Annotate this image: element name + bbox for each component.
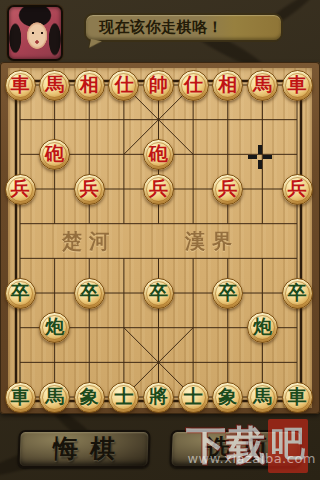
piece-glyph: 兵 bbox=[11, 179, 30, 198]
piece-red-elephant[interactable]: 相 bbox=[74, 70, 105, 101]
piece-black-elephant[interactable]: 象 bbox=[212, 382, 243, 413]
game-screen: 现在该你走棋咯！ 楚河 漢界 車馬相仕帥仕相馬車砲砲兵兵兵兵兵卒卒卒卒卒炮炮車馬… bbox=[0, 0, 320, 480]
piece-glyph: 炮 bbox=[45, 317, 64, 336]
piece-glyph: 砲 bbox=[45, 144, 64, 163]
piece-black-general[interactable]: 將 bbox=[143, 382, 174, 413]
piece-glyph: 仕 bbox=[114, 75, 133, 94]
piece-red-soldier[interactable]: 兵 bbox=[143, 174, 174, 205]
piece-black-advisor[interactable]: 士 bbox=[108, 382, 139, 413]
piece-glyph: 兵 bbox=[80, 179, 99, 198]
piece-black-cannon[interactable]: 炮 bbox=[247, 312, 278, 343]
piece-glyph: 卒 bbox=[218, 283, 237, 302]
piece-black-horse[interactable]: 馬 bbox=[39, 382, 70, 413]
options-button[interactable]: 选项 bbox=[169, 430, 302, 468]
piece-black-advisor[interactable]: 士 bbox=[178, 382, 209, 413]
piece-red-soldier[interactable]: 兵 bbox=[5, 174, 36, 205]
piece-red-soldier[interactable]: 兵 bbox=[212, 174, 243, 205]
piece-glyph: 砲 bbox=[149, 144, 168, 163]
piece-glyph: 卒 bbox=[80, 283, 99, 302]
piece-glyph: 馬 bbox=[253, 387, 272, 406]
piece-glyph: 相 bbox=[218, 75, 237, 94]
piece-glyph: 仕 bbox=[184, 75, 203, 94]
piece-glyph: 兵 bbox=[218, 179, 237, 198]
piece-glyph: 車 bbox=[288, 75, 307, 94]
piece-glyph: 卒 bbox=[11, 283, 30, 302]
piece-glyph: 將 bbox=[149, 387, 168, 406]
piece-glyph: 車 bbox=[288, 387, 307, 406]
piece-red-soldier[interactable]: 兵 bbox=[282, 174, 313, 205]
piece-black-soldier[interactable]: 卒 bbox=[282, 278, 313, 309]
speech-bubble-text: 现在该你走棋咯！ bbox=[86, 15, 281, 40]
xiangqi-board-frame: 楚河 漢界 車馬相仕帥仕相馬車砲砲兵兵兵兵兵卒卒卒卒卒炮炮車馬象士將士象馬車 bbox=[0, 62, 320, 414]
piece-black-chariot[interactable]: 車 bbox=[5, 382, 36, 413]
piece-glyph: 炮 bbox=[253, 317, 272, 336]
piece-glyph: 相 bbox=[80, 75, 99, 94]
piece-red-chariot[interactable]: 車 bbox=[282, 70, 313, 101]
board-grid bbox=[8, 68, 312, 408]
piece-red-chariot[interactable]: 車 bbox=[5, 70, 36, 101]
undo-button[interactable]: 悔棋 bbox=[17, 430, 150, 468]
piece-red-cannon[interactable]: 砲 bbox=[39, 139, 70, 170]
opponent-avatar bbox=[7, 5, 63, 61]
piece-red-horse[interactable]: 馬 bbox=[247, 70, 278, 101]
piece-red-advisor[interactable]: 仕 bbox=[178, 70, 209, 101]
piece-red-elephant[interactable]: 相 bbox=[212, 70, 243, 101]
piece-glyph: 車 bbox=[11, 387, 30, 406]
piece-black-soldier[interactable]: 卒 bbox=[212, 278, 243, 309]
piece-glyph: 卒 bbox=[149, 283, 168, 302]
xiangqi-board[interactable]: 楚河 漢界 車馬相仕帥仕相馬車砲砲兵兵兵兵兵卒卒卒卒卒炮炮車馬象士將士象馬車 bbox=[8, 68, 312, 408]
piece-glyph: 車 bbox=[11, 75, 30, 94]
piece-black-horse[interactable]: 馬 bbox=[247, 382, 278, 413]
bottom-toolbar: 悔棋 选项 bbox=[0, 414, 320, 480]
piece-glyph: 馬 bbox=[45, 387, 64, 406]
piece-red-general[interactable]: 帥 bbox=[143, 70, 174, 101]
speech-bubble-tail bbox=[89, 39, 102, 50]
piece-glyph: 士 bbox=[184, 387, 203, 406]
piece-black-soldier[interactable]: 卒 bbox=[5, 278, 36, 309]
piece-glyph: 馬 bbox=[253, 75, 272, 94]
piece-red-advisor[interactable]: 仕 bbox=[108, 70, 139, 101]
piece-glyph: 士 bbox=[114, 387, 133, 406]
piece-black-soldier[interactable]: 卒 bbox=[143, 278, 174, 309]
piece-glyph: 卒 bbox=[288, 283, 307, 302]
piece-black-chariot[interactable]: 車 bbox=[282, 382, 313, 413]
piece-glyph: 兵 bbox=[149, 179, 168, 198]
speech-bubble: 现在该你走棋咯！ bbox=[84, 13, 283, 42]
piece-glyph: 帥 bbox=[149, 75, 168, 94]
piece-black-elephant[interactable]: 象 bbox=[74, 382, 105, 413]
piece-red-soldier[interactable]: 兵 bbox=[74, 174, 105, 205]
piece-glyph: 兵 bbox=[288, 179, 307, 198]
piece-glyph: 象 bbox=[218, 387, 237, 406]
piece-black-soldier[interactable]: 卒 bbox=[74, 278, 105, 309]
piece-glyph: 象 bbox=[80, 387, 99, 406]
piece-red-cannon[interactable]: 砲 bbox=[143, 139, 174, 170]
piece-glyph: 馬 bbox=[45, 75, 64, 94]
piece-red-horse[interactable]: 馬 bbox=[39, 70, 70, 101]
